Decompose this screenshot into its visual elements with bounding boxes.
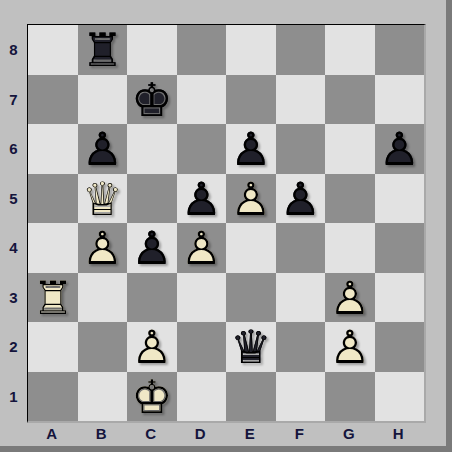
file-label-g: G <box>324 421 374 446</box>
rank-label-1: 1 <box>0 372 27 422</box>
square-e5[interactable]: ♟♙ <box>226 174 276 224</box>
square-c6[interactable] <box>127 124 177 174</box>
piece-outline-glyph: ♕ <box>78 174 128 224</box>
rank-label-3: 3 <box>0 273 27 323</box>
square-a2[interactable] <box>28 322 78 372</box>
square-c7[interactable]: ♚♔ <box>127 75 177 125</box>
square-d1[interactable] <box>177 372 227 422</box>
black-pawn[interactable]: ♟♙ <box>127 223 177 273</box>
black-pawn[interactable]: ♟♙ <box>375 124 425 174</box>
file-label-d: D <box>176 421 226 446</box>
piece-outline-glyph: ♙ <box>127 223 177 273</box>
white-pawn[interactable]: ♟♙ <box>78 223 128 273</box>
file-label-e: E <box>225 421 275 446</box>
piece-outline-glyph: ♙ <box>78 223 128 273</box>
square-f5[interactable]: ♟♙ <box>276 174 326 224</box>
piece-outline-glyph: ♙ <box>226 174 276 224</box>
square-a7[interactable] <box>28 75 78 125</box>
piece-outline-glyph: ♖ <box>78 25 128 75</box>
square-g4[interactable] <box>325 223 375 273</box>
piece-outline-glyph: ♙ <box>127 322 177 372</box>
square-f8[interactable] <box>276 25 326 75</box>
piece-outline-glyph: ♙ <box>276 174 326 224</box>
rank-labels: 87654321 <box>0 25 27 421</box>
black-queen[interactable]: ♛♕ <box>226 322 276 372</box>
piece-outline-glyph: ♙ <box>177 223 227 273</box>
rank-label-6: 6 <box>0 124 27 174</box>
rank-label-4: 4 <box>0 223 27 273</box>
square-e8[interactable] <box>226 25 276 75</box>
square-e1[interactable] <box>226 372 276 422</box>
square-e6[interactable]: ♟♙ <box>226 124 276 174</box>
square-b8[interactable]: ♜♖ <box>78 25 128 75</box>
black-pawn[interactable]: ♟♙ <box>78 124 128 174</box>
square-h7[interactable] <box>375 75 425 125</box>
white-pawn[interactable]: ♟♙ <box>325 322 375 372</box>
square-e3[interactable] <box>226 273 276 323</box>
rank-label-8: 8 <box>0 25 27 75</box>
square-a4[interactable] <box>28 223 78 273</box>
square-a3[interactable]: ♜♖ <box>28 273 78 323</box>
square-g6[interactable] <box>325 124 375 174</box>
square-b3[interactable] <box>78 273 128 323</box>
square-e7[interactable] <box>226 75 276 125</box>
square-a1[interactable] <box>28 372 78 422</box>
black-pawn[interactable]: ♟♙ <box>276 174 326 224</box>
square-d8[interactable] <box>177 25 227 75</box>
chess-diagram-frame: 87654321 ♜♖♚♔♟♙♟♙♟♙♛♕♟♙♟♙♟♙♟♙♟♙♟♙♜♖♟♙♟♙♛… <box>0 0 452 452</box>
piece-outline-glyph: ♙ <box>325 322 375 372</box>
white-pawn[interactable]: ♟♙ <box>325 273 375 323</box>
piece-outline-glyph: ♙ <box>325 273 375 323</box>
square-f6[interactable] <box>276 124 326 174</box>
square-f4[interactable] <box>276 223 326 273</box>
piece-outline-glyph: ♔ <box>127 372 177 422</box>
square-c5[interactable] <box>127 174 177 224</box>
piece-outline-glyph: ♙ <box>78 124 128 174</box>
square-a5[interactable] <box>28 174 78 224</box>
square-f7[interactable] <box>276 75 326 125</box>
square-f2[interactable] <box>276 322 326 372</box>
square-g3[interactable]: ♟♙ <box>325 273 375 323</box>
white-pawn[interactable]: ♟♙ <box>127 322 177 372</box>
square-g5[interactable] <box>325 174 375 224</box>
square-g1[interactable] <box>325 372 375 422</box>
file-label-h: H <box>374 421 424 446</box>
square-g2[interactable]: ♟♙ <box>325 322 375 372</box>
square-e4[interactable] <box>226 223 276 273</box>
square-b5[interactable]: ♛♕ <box>78 174 128 224</box>
square-d5[interactable]: ♟♙ <box>177 174 227 224</box>
square-b2[interactable] <box>78 322 128 372</box>
square-c2[interactable]: ♟♙ <box>127 322 177 372</box>
black-rook[interactable]: ♜♖ <box>78 25 128 75</box>
piece-outline-glyph: ♔ <box>127 75 177 125</box>
rank-label-5: 5 <box>0 174 27 224</box>
square-g7[interactable] <box>325 75 375 125</box>
square-c3[interactable] <box>127 273 177 323</box>
square-c8[interactable] <box>127 25 177 75</box>
piece-outline-glyph: ♖ <box>28 273 78 323</box>
file-label-f: F <box>275 421 325 446</box>
square-f3[interactable] <box>276 273 326 323</box>
square-d6[interactable] <box>177 124 227 174</box>
square-b1[interactable] <box>78 372 128 422</box>
square-b4[interactable]: ♟♙ <box>78 223 128 273</box>
square-h6[interactable]: ♟♙ <box>375 124 425 174</box>
square-d2[interactable] <box>177 322 227 372</box>
square-d3[interactable] <box>177 273 227 323</box>
file-label-a: A <box>27 421 77 446</box>
rank-label-7: 7 <box>0 75 27 125</box>
square-h5[interactable] <box>375 174 425 224</box>
black-king[interactable]: ♚♔ <box>127 75 177 125</box>
square-e2[interactable]: ♛♕ <box>226 322 276 372</box>
white-rook[interactable]: ♜♖ <box>28 273 78 323</box>
square-h1[interactable] <box>375 372 425 422</box>
piece-outline-glyph: ♙ <box>226 124 276 174</box>
file-label-b: B <box>77 421 127 446</box>
square-d7[interactable] <box>177 75 227 125</box>
white-pawn[interactable]: ♟♙ <box>226 174 276 224</box>
file-labels: ABCDEFGH <box>27 421 423 446</box>
square-a6[interactable] <box>28 124 78 174</box>
chess-board: ♜♖♚♔♟♙♟♙♟♙♛♕♟♙♟♙♟♙♟♙♟♙♟♙♜♖♟♙♟♙♛♕♟♙♚♔ <box>27 24 426 423</box>
square-b6[interactable]: ♟♙ <box>78 124 128 174</box>
square-a8[interactable] <box>28 25 78 75</box>
square-h2[interactable] <box>375 322 425 372</box>
white-pawn[interactable]: ♟♙ <box>177 223 227 273</box>
square-c4[interactable]: ♟♙ <box>127 223 177 273</box>
black-pawn[interactable]: ♟♙ <box>226 124 276 174</box>
square-g8[interactable] <box>325 25 375 75</box>
square-c1[interactable]: ♚♔ <box>127 372 177 422</box>
piece-outline-glyph: ♙ <box>177 174 227 224</box>
square-f1[interactable] <box>276 372 326 422</box>
square-d4[interactable]: ♟♙ <box>177 223 227 273</box>
square-h3[interactable] <box>375 273 425 323</box>
piece-outline-glyph: ♙ <box>375 124 425 174</box>
black-pawn[interactable]: ♟♙ <box>177 174 227 224</box>
white-queen[interactable]: ♛♕ <box>78 174 128 224</box>
rank-label-2: 2 <box>0 322 27 372</box>
square-b7[interactable] <box>78 75 128 125</box>
piece-outline-glyph: ♕ <box>226 322 276 372</box>
file-label-c: C <box>126 421 176 446</box>
white-king[interactable]: ♚♔ <box>127 372 177 422</box>
square-h4[interactable] <box>375 223 425 273</box>
square-h8[interactable] <box>375 25 425 75</box>
